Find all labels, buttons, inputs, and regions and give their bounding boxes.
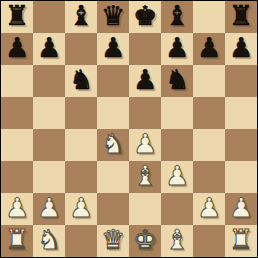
square-g7[interactable]: ♟ (193, 33, 225, 65)
square-b8[interactable] (33, 1, 65, 33)
square-d1[interactable]: ♛ (97, 225, 129, 257)
square-a6[interactable] (1, 65, 33, 97)
square-g2[interactable]: ♟ (193, 193, 225, 225)
piece-white-pawn[interactable]: ♟ (37, 193, 61, 224)
piece-black-pawn[interactable]: ♟ (5, 33, 29, 64)
piece-black-pawn[interactable]: ♟ (229, 33, 253, 64)
square-d4[interactable]: ♞ (97, 129, 129, 161)
square-e5[interactable] (129, 97, 161, 129)
piece-black-pawn[interactable]: ♟ (101, 33, 125, 64)
square-g1[interactable] (193, 225, 225, 257)
square-f5[interactable] (161, 97, 193, 129)
square-a5[interactable] (1, 97, 33, 129)
square-f3[interactable]: ♟ (161, 161, 193, 193)
square-h7[interactable]: ♟ (225, 33, 257, 65)
piece-white-bishop[interactable]: ♝ (165, 225, 189, 256)
piece-black-knight[interactable]: ♞ (69, 65, 93, 96)
square-h1[interactable]: ♜ (225, 225, 257, 257)
piece-white-queen[interactable]: ♛ (101, 225, 125, 256)
piece-white-knight[interactable]: ♞ (101, 129, 125, 160)
square-a4[interactable] (1, 129, 33, 161)
square-h8[interactable]: ♜ (225, 1, 257, 33)
square-b4[interactable] (33, 129, 65, 161)
piece-white-pawn[interactable]: ♟ (5, 193, 29, 224)
square-a8[interactable]: ♜ (1, 1, 33, 33)
square-d6[interactable] (97, 65, 129, 97)
square-c2[interactable]: ♟ (65, 193, 97, 225)
piece-black-pawn[interactable]: ♟ (37, 33, 61, 64)
piece-white-pawn[interactable]: ♟ (229, 193, 253, 224)
piece-black-king[interactable]: ♚ (133, 1, 157, 32)
chess-board-grid: ♜♝♛♚♝♜♟♟♟♟♟♟♞♟♞♞♟♝♟♟♟♟♟♟♜♞♛♚♝♜ (1, 1, 257, 257)
square-g4[interactable] (193, 129, 225, 161)
piece-black-rook[interactable]: ♜ (5, 1, 29, 32)
square-g5[interactable] (193, 97, 225, 129)
square-a3[interactable] (1, 161, 33, 193)
square-b6[interactable] (33, 65, 65, 97)
piece-white-knight[interactable]: ♞ (37, 225, 61, 256)
square-g8[interactable] (193, 1, 225, 33)
square-c6[interactable]: ♞ (65, 65, 97, 97)
square-c4[interactable] (65, 129, 97, 161)
piece-white-bishop[interactable]: ♝ (133, 161, 157, 192)
square-g3[interactable] (193, 161, 225, 193)
piece-white-rook[interactable]: ♜ (5, 225, 29, 256)
piece-black-pawn[interactable]: ♟ (133, 65, 157, 96)
square-b5[interactable] (33, 97, 65, 129)
square-b3[interactable] (33, 161, 65, 193)
square-f7[interactable]: ♟ (161, 33, 193, 65)
square-h3[interactable] (225, 161, 257, 193)
piece-black-bishop[interactable]: ♝ (69, 1, 93, 32)
square-d5[interactable] (97, 97, 129, 129)
square-c7[interactable] (65, 33, 97, 65)
square-e8[interactable]: ♚ (129, 1, 161, 33)
square-c8[interactable]: ♝ (65, 1, 97, 33)
square-d2[interactable] (97, 193, 129, 225)
square-f8[interactable]: ♝ (161, 1, 193, 33)
square-a1[interactable]: ♜ (1, 225, 33, 257)
square-e7[interactable] (129, 33, 161, 65)
square-d8[interactable]: ♛ (97, 1, 129, 33)
square-c5[interactable] (65, 97, 97, 129)
square-f2[interactable] (161, 193, 193, 225)
square-h4[interactable] (225, 129, 257, 161)
square-e2[interactable] (129, 193, 161, 225)
piece-white-pawn[interactable]: ♟ (197, 193, 221, 224)
square-d7[interactable]: ♟ (97, 33, 129, 65)
square-e4[interactable]: ♟ (129, 129, 161, 161)
square-h5[interactable] (225, 97, 257, 129)
square-a7[interactable]: ♟ (1, 33, 33, 65)
piece-black-knight[interactable]: ♞ (165, 65, 189, 96)
square-h6[interactable] (225, 65, 257, 97)
piece-black-pawn[interactable]: ♟ (197, 33, 221, 64)
square-e1[interactable]: ♚ (129, 225, 161, 257)
square-b7[interactable]: ♟ (33, 33, 65, 65)
square-e6[interactable]: ♟ (129, 65, 161, 97)
square-b1[interactable]: ♞ (33, 225, 65, 257)
piece-black-pawn[interactable]: ♟ (165, 33, 189, 64)
square-f1[interactable]: ♝ (161, 225, 193, 257)
chess-board: ♜♝♛♚♝♜♟♟♟♟♟♟♞♟♞♞♟♝♟♟♟♟♟♟♜♞♛♚♝♜ (0, 0, 258, 258)
square-f4[interactable] (161, 129, 193, 161)
piece-black-rook[interactable]: ♜ (229, 1, 253, 32)
square-d3[interactable] (97, 161, 129, 193)
square-a2[interactable]: ♟ (1, 193, 33, 225)
square-g6[interactable] (193, 65, 225, 97)
square-c1[interactable] (65, 225, 97, 257)
square-h2[interactable]: ♟ (225, 193, 257, 225)
piece-black-bishop[interactable]: ♝ (165, 1, 189, 32)
piece-white-rook[interactable]: ♜ (229, 225, 253, 256)
piece-white-pawn[interactable]: ♟ (165, 161, 189, 192)
square-f6[interactable]: ♞ (161, 65, 193, 97)
piece-white-pawn[interactable]: ♟ (69, 193, 93, 224)
square-b2[interactable]: ♟ (33, 193, 65, 225)
square-e3[interactable]: ♝ (129, 161, 161, 193)
square-c3[interactable] (65, 161, 97, 193)
piece-white-pawn[interactable]: ♟ (133, 129, 157, 160)
piece-white-king[interactable]: ♚ (133, 225, 157, 256)
piece-black-queen[interactable]: ♛ (101, 1, 125, 32)
